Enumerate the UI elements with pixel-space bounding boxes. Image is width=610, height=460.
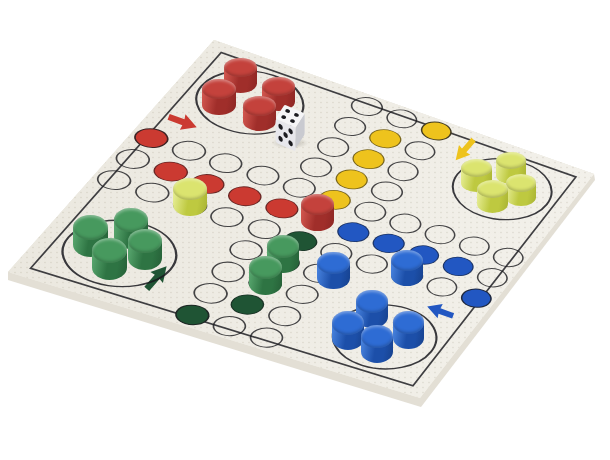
die-pip	[278, 135, 282, 142]
arrow-red-icon	[166, 109, 200, 135]
pawn-green-4[interactable]	[92, 238, 127, 280]
pawn-blue-5[interactable]	[361, 325, 393, 363]
pawn-blue-3[interactable]	[332, 311, 364, 350]
pawn-red-3[interactable]	[202, 79, 235, 115]
scene	[0, 0, 610, 460]
die-pip	[284, 108, 290, 113]
pawn-green-6[interactable]	[249, 256, 282, 295]
pawn-red-4[interactable]	[243, 96, 276, 131]
die-pip	[289, 119, 295, 124]
pawn-blue-4[interactable]	[393, 311, 425, 349]
pawn-blue-6[interactable]	[391, 250, 423, 286]
die-pip	[281, 115, 287, 120]
die-pip	[288, 128, 292, 135]
pawn-yellow-4[interactable]	[477, 180, 508, 213]
die-pip	[288, 140, 292, 147]
pawn-blue-1[interactable]	[317, 252, 349, 290]
pawn-yellow-5[interactable]	[173, 178, 207, 217]
die-pip	[293, 112, 299, 117]
pawn-red-5[interactable]	[301, 194, 333, 231]
pawn-green-3[interactable]	[128, 229, 162, 270]
die-pip	[278, 123, 282, 130]
pawn-yellow-3[interactable]	[506, 174, 536, 206]
die-pip	[283, 131, 287, 138]
